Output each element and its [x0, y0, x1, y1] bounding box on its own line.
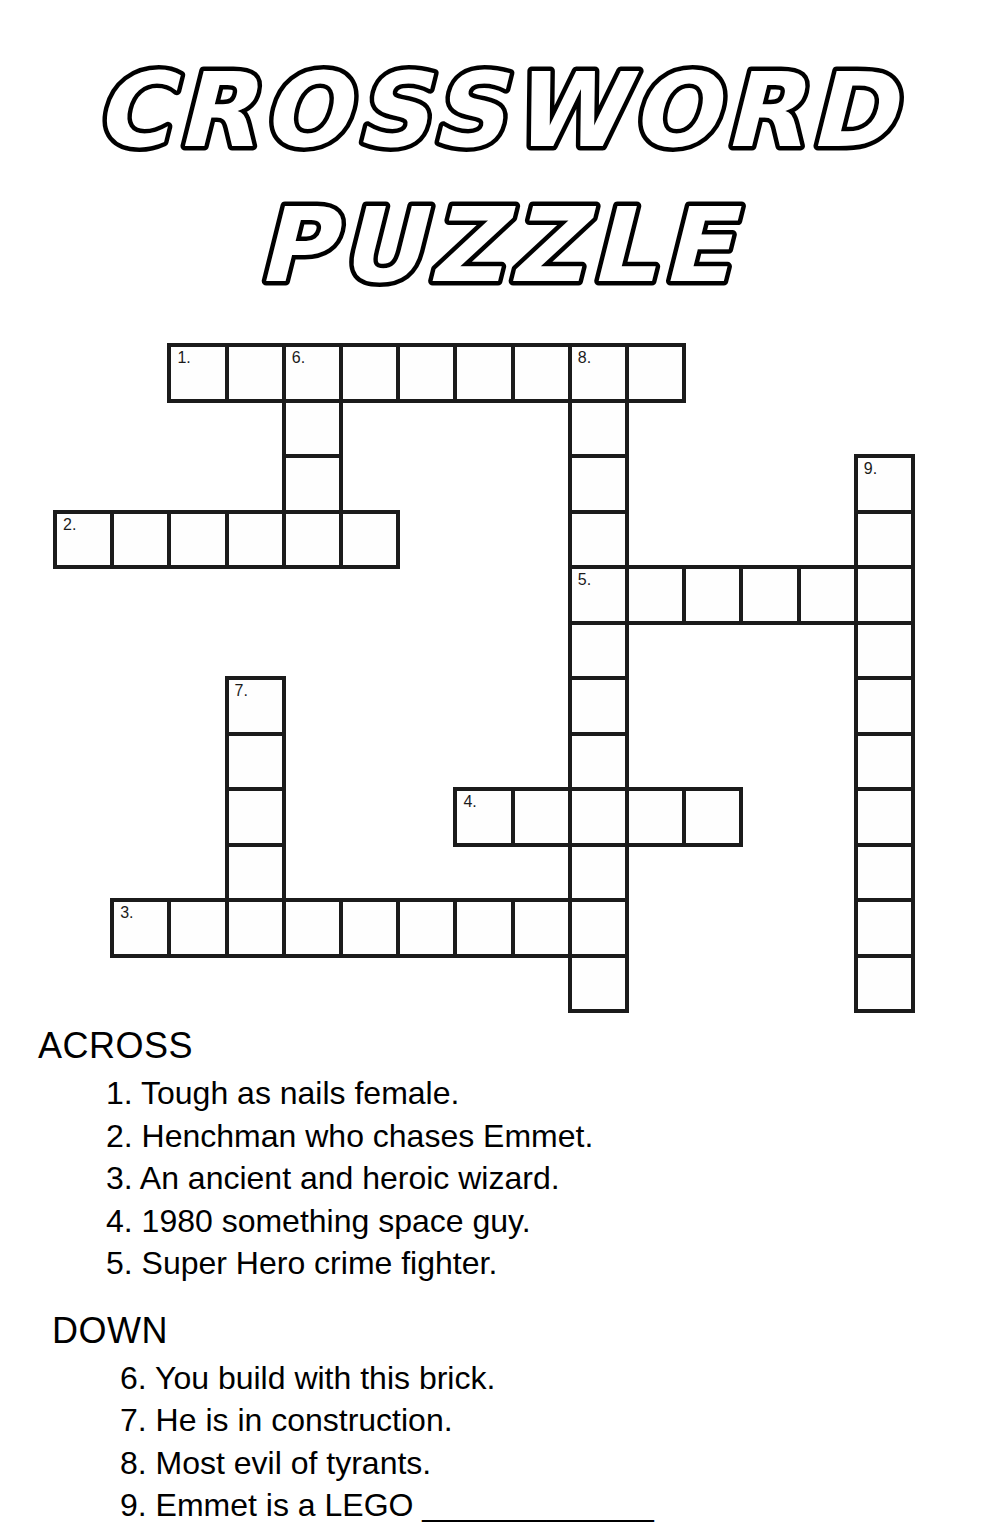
- down-clues: DOWN 6. You build with this brick.7. He …: [52, 1309, 988, 1527]
- clue-item: 5. Super Hero crime fighter.: [106, 1242, 988, 1285]
- crossword-cell[interactable]: [682, 787, 743, 847]
- crossword-cell[interactable]: [568, 732, 629, 792]
- crossword-cell[interactable]: [568, 676, 629, 736]
- clue-item: 2. Henchman who chases Emmet.: [106, 1115, 988, 1158]
- crossword-cell[interactable]: [110, 510, 171, 570]
- clues-section: ACROSS 1. Tough as nails female.2. Hench…: [38, 1024, 988, 1527]
- crossword-cell[interactable]: [739, 565, 800, 625]
- down-clue-list: 6. You build with this brick.7. He is in…: [52, 1357, 988, 1527]
- crossword-cell[interactable]: 5.: [568, 565, 629, 625]
- down-header: DOWN: [52, 1309, 988, 1353]
- clue-item: 7. He is in construction.: [120, 1399, 988, 1442]
- across-clues: ACROSS 1. Tough as nails female.2. Hench…: [38, 1024, 988, 1285]
- title-line-1: CROSSWORD: [94, 50, 901, 170]
- clue-number: 4.: [463, 794, 476, 810]
- crossword-cell[interactable]: 8.: [568, 343, 629, 403]
- crossword-cell[interactable]: [396, 343, 457, 403]
- puzzle-title: CROSSWORD PUZZLE: [0, 8, 994, 318]
- crossword-cell[interactable]: [568, 510, 629, 570]
- crossword-cell[interactable]: [568, 843, 629, 903]
- crossword-cell[interactable]: [339, 343, 400, 403]
- crossword-cell[interactable]: 7.: [225, 676, 286, 736]
- crossword-cell[interactable]: [854, 843, 915, 903]
- crossword-cell[interactable]: [339, 510, 400, 570]
- crossword-cell[interactable]: [854, 565, 915, 625]
- crossword-cell[interactable]: [225, 843, 286, 903]
- crossword-cell[interactable]: [854, 787, 915, 847]
- crossword-cell[interactable]: [854, 676, 915, 736]
- clue-item: 3. An ancient and heroic wizard.: [106, 1157, 988, 1200]
- crossword-cell[interactable]: [339, 898, 400, 958]
- crossword-cell[interactable]: [568, 621, 629, 681]
- crossword-cell[interactable]: [625, 565, 686, 625]
- crossword-cell[interactable]: [568, 954, 629, 1014]
- crossword-cell[interactable]: [225, 510, 286, 570]
- crossword-cell[interactable]: [797, 565, 858, 625]
- crossword-grid: 1.6.8.9.2.5.7.4.3.: [53, 343, 919, 1017]
- crossword-cell[interactable]: [453, 343, 514, 403]
- crossword-cell[interactable]: [854, 954, 915, 1014]
- crossword-cell[interactable]: [854, 621, 915, 681]
- crossword-page: CROSSWORD PUZZLE 1.6.8.9.2.5.7.4.3. ACRO…: [0, 0, 994, 1536]
- crossword-cell[interactable]: [568, 454, 629, 514]
- clue-number: 2.: [63, 517, 76, 533]
- crossword-cell[interactable]: 3.: [110, 898, 171, 958]
- crossword-cell[interactable]: [854, 732, 915, 792]
- crossword-cell[interactable]: [568, 898, 629, 958]
- clue-number: 6.: [292, 350, 305, 366]
- crossword-cell[interactable]: [682, 565, 743, 625]
- title-line-2: PUZZLE: [257, 185, 742, 305]
- crossword-cell[interactable]: [282, 399, 343, 459]
- crossword-cell[interactable]: [225, 732, 286, 792]
- crossword-cell[interactable]: [625, 343, 686, 403]
- across-header: ACROSS: [38, 1024, 988, 1068]
- crossword-cell[interactable]: [854, 898, 915, 958]
- clue-number: 5.: [578, 572, 591, 588]
- crossword-cell[interactable]: [568, 787, 629, 847]
- across-clue-list: 1. Tough as nails female.2. Henchman who…: [38, 1072, 988, 1285]
- clue-item: 8. Most evil of tyrants.: [120, 1442, 988, 1485]
- crossword-cell[interactable]: [854, 510, 915, 570]
- crossword-cell[interactable]: 6.: [282, 343, 343, 403]
- clue-number: 8.: [578, 350, 591, 366]
- crossword-cell[interactable]: [225, 898, 286, 958]
- crossword-cell[interactable]: [282, 454, 343, 514]
- crossword-cell[interactable]: [167, 510, 228, 570]
- clue-number: 3.: [120, 905, 133, 921]
- crossword-cell[interactable]: [282, 510, 343, 570]
- crossword-cell[interactable]: 1.: [167, 343, 228, 403]
- crossword-cell[interactable]: [453, 898, 514, 958]
- clue-item: 4. 1980 something space guy.: [106, 1200, 988, 1243]
- clue-number: 7.: [235, 683, 248, 699]
- crossword-cell[interactable]: [511, 898, 572, 958]
- crossword-cell[interactable]: [225, 787, 286, 847]
- crossword-cell[interactable]: [511, 787, 572, 847]
- clue-item: 1. Tough as nails female.: [106, 1072, 988, 1115]
- crossword-cell[interactable]: [282, 898, 343, 958]
- crossword-cell[interactable]: 4.: [453, 787, 514, 847]
- crossword-cell[interactable]: [225, 343, 286, 403]
- clue-number: 1.: [177, 350, 190, 366]
- crossword-cell[interactable]: [625, 787, 686, 847]
- crossword-cell[interactable]: [511, 343, 572, 403]
- crossword-cell[interactable]: [568, 399, 629, 459]
- clue-item: 6. You build with this brick.: [120, 1357, 988, 1400]
- crossword-cell[interactable]: [167, 898, 228, 958]
- crossword-cell[interactable]: [396, 898, 457, 958]
- crossword-cell[interactable]: 9.: [854, 454, 915, 514]
- clue-item: 9. Emmet is a LEGO _____________: [120, 1484, 988, 1527]
- crossword-cell[interactable]: 2.: [53, 510, 114, 570]
- clue-number: 9.: [864, 461, 877, 477]
